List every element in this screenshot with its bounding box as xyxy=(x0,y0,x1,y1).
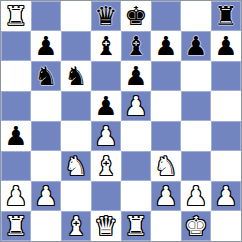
square-a1[interactable]: ♜ xyxy=(1,211,31,241)
square-b6[interactable]: ♞ xyxy=(31,61,61,91)
square-g4[interactable] xyxy=(181,121,211,151)
white-rook[interactable]: ♜ xyxy=(4,211,27,241)
square-d7[interactable]: ♝ xyxy=(91,31,121,61)
chess-board: ♜♛♚♜♟♝♝♟♟♟♞♞♟♟♟♟♟♞♝♞♟♟♟♟♟♜♝♛♜♚ xyxy=(1,1,241,241)
black-pawn[interactable]: ♟ xyxy=(34,31,57,61)
black-pawn[interactable]: ♟ xyxy=(124,61,147,91)
square-a3[interactable] xyxy=(1,151,31,181)
square-g2[interactable]: ♟ xyxy=(181,181,211,211)
black-king[interactable]: ♚ xyxy=(124,1,147,31)
black-queen[interactable]: ♛ xyxy=(94,1,117,31)
square-g6[interactable] xyxy=(181,61,211,91)
black-rook[interactable]: ♜ xyxy=(214,1,237,31)
white-bishop[interactable]: ♝ xyxy=(64,211,87,241)
square-g5[interactable] xyxy=(181,91,211,121)
square-c5[interactable] xyxy=(61,91,91,121)
white-pawn[interactable]: ♟ xyxy=(214,181,237,211)
black-pawn[interactable]: ♟ xyxy=(4,121,27,151)
square-e4[interactable] xyxy=(121,121,151,151)
square-g7[interactable]: ♟ xyxy=(181,31,211,61)
square-d4[interactable]: ♟ xyxy=(91,121,121,151)
black-bishop[interactable]: ♝ xyxy=(124,31,147,61)
square-h6[interactable] xyxy=(211,61,241,91)
black-pawn[interactable]: ♟ xyxy=(214,31,237,61)
black-knight[interactable]: ♞ xyxy=(64,61,87,91)
square-d2[interactable] xyxy=(91,181,121,211)
square-b1[interactable] xyxy=(31,211,61,241)
white-knight[interactable]: ♞ xyxy=(154,151,177,181)
square-b5[interactable] xyxy=(31,91,61,121)
square-f6[interactable] xyxy=(151,61,181,91)
white-rook[interactable]: ♜ xyxy=(4,1,27,31)
square-e2[interactable] xyxy=(121,181,151,211)
white-bishop[interactable]: ♝ xyxy=(94,151,117,181)
square-f2[interactable]: ♟ xyxy=(151,181,181,211)
black-bishop[interactable]: ♝ xyxy=(94,31,117,61)
square-d1[interactable]: ♛ xyxy=(91,211,121,241)
square-a5[interactable] xyxy=(1,91,31,121)
square-h1[interactable] xyxy=(211,211,241,241)
black-pawn[interactable]: ♟ xyxy=(184,31,207,61)
square-g3[interactable] xyxy=(181,151,211,181)
square-h2[interactable]: ♟ xyxy=(211,181,241,211)
square-h3[interactable] xyxy=(211,151,241,181)
black-pawn[interactable]: ♟ xyxy=(94,91,117,121)
white-pawn[interactable]: ♟ xyxy=(94,121,117,151)
square-a2[interactable]: ♟ xyxy=(1,181,31,211)
square-e5[interactable]: ♟ xyxy=(121,91,151,121)
chess-board-frame: ♜♛♚♜♟♝♝♟♟♟♞♞♟♟♟♟♟♞♝♞♟♟♟♟♟♜♝♛♜♚ xyxy=(0,0,242,242)
square-b4[interactable] xyxy=(31,121,61,151)
square-h7[interactable]: ♟ xyxy=(211,31,241,61)
square-h4[interactable] xyxy=(211,121,241,151)
white-pawn[interactable]: ♟ xyxy=(184,181,207,211)
square-c6[interactable]: ♞ xyxy=(61,61,91,91)
white-knight[interactable]: ♞ xyxy=(64,151,87,181)
square-a6[interactable] xyxy=(1,61,31,91)
white-king[interactable]: ♚ xyxy=(184,211,207,241)
square-b2[interactable]: ♟ xyxy=(31,181,61,211)
square-e3[interactable] xyxy=(121,151,151,181)
square-c2[interactable] xyxy=(61,181,91,211)
square-d6[interactable] xyxy=(91,61,121,91)
square-f5[interactable] xyxy=(151,91,181,121)
square-c3[interactable]: ♞ xyxy=(61,151,91,181)
black-pawn[interactable]: ♟ xyxy=(154,31,177,61)
square-e8[interactable]: ♚ xyxy=(121,1,151,31)
square-d3[interactable]: ♝ xyxy=(91,151,121,181)
square-c8[interactable] xyxy=(61,1,91,31)
square-f3[interactable]: ♞ xyxy=(151,151,181,181)
square-b8[interactable] xyxy=(31,1,61,31)
square-e6[interactable]: ♟ xyxy=(121,61,151,91)
square-f7[interactable]: ♟ xyxy=(151,31,181,61)
white-pawn[interactable]: ♟ xyxy=(154,181,177,211)
square-c7[interactable] xyxy=(61,31,91,61)
square-g8[interactable] xyxy=(181,1,211,31)
black-knight[interactable]: ♞ xyxy=(34,61,57,91)
square-d8[interactable]: ♛ xyxy=(91,1,121,31)
white-pawn[interactable]: ♟ xyxy=(124,91,147,121)
square-f4[interactable] xyxy=(151,121,181,151)
square-a8[interactable]: ♜ xyxy=(1,1,31,31)
white-pawn[interactable]: ♟ xyxy=(4,181,27,211)
square-b7[interactable]: ♟ xyxy=(31,31,61,61)
square-h8[interactable]: ♜ xyxy=(211,1,241,31)
square-e1[interactable]: ♜ xyxy=(121,211,151,241)
white-queen[interactable]: ♛ xyxy=(94,211,117,241)
square-c1[interactable]: ♝ xyxy=(61,211,91,241)
square-f8[interactable] xyxy=(151,1,181,31)
square-h5[interactable] xyxy=(211,91,241,121)
square-e7[interactable]: ♝ xyxy=(121,31,151,61)
square-a7[interactable] xyxy=(1,31,31,61)
white-pawn[interactable]: ♟ xyxy=(34,181,57,211)
white-rook[interactable]: ♜ xyxy=(124,211,147,241)
square-f1[interactable] xyxy=(151,211,181,241)
square-a4[interactable]: ♟ xyxy=(1,121,31,151)
square-g1[interactable]: ♚ xyxy=(181,211,211,241)
square-c4[interactable] xyxy=(61,121,91,151)
square-d5[interactable]: ♟ xyxy=(91,91,121,121)
square-b3[interactable] xyxy=(31,151,61,181)
